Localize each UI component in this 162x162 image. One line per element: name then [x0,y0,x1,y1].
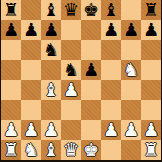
square-d6[interactable] [61,40,81,60]
square-c8[interactable]: ♝ [41,0,61,20]
square-c2[interactable]: ♟ [41,120,61,140]
square-f4[interactable] [101,80,121,100]
white-pawn-icon: ♟ [141,120,161,140]
square-c4[interactable]: ♝ [41,80,61,100]
black-bishop-icon: ♝ [101,0,121,20]
chess-board: ♜♝♛♚♝♜♟♟♟♟♟♟♞♞♟♞♝♟♟♟♟♟♟♟♜♞♝♛♚♜ [1,0,161,160]
black-king-icon: ♚ [81,0,101,20]
square-f2[interactable]: ♟ [101,120,121,140]
square-g2[interactable]: ♟ [121,120,141,140]
square-g1[interactable] [121,140,141,160]
square-d7[interactable] [61,20,81,40]
black-knight-icon: ♞ [61,60,81,80]
white-rook-icon: ♜ [141,140,161,160]
square-b1[interactable]: ♞ [21,140,41,160]
square-b3[interactable] [21,100,41,120]
square-h6[interactable] [141,40,161,60]
square-g5[interactable]: ♞ [121,60,141,80]
white-pawn-icon: ♟ [101,120,121,140]
square-f6[interactable] [101,40,121,60]
square-d4[interactable]: ♟ [61,80,81,100]
square-a8[interactable]: ♜ [1,0,21,20]
square-e8[interactable]: ♚ [81,0,101,20]
square-a2[interactable]: ♟ [1,120,21,140]
black-bishop-icon: ♝ [41,0,61,20]
square-a7[interactable]: ♟ [1,20,21,40]
white-pawn-icon: ♟ [41,120,61,140]
square-c7[interactable]: ♟ [41,20,61,40]
square-b2[interactable]: ♟ [21,120,41,140]
square-d8[interactable]: ♛ [61,0,81,20]
square-c6[interactable]: ♞ [41,40,61,60]
square-a4[interactable] [1,80,21,100]
square-e1[interactable]: ♚ [81,140,101,160]
square-h8[interactable]: ♜ [141,0,161,20]
square-a6[interactable] [1,40,21,60]
square-d5[interactable]: ♞ [61,60,81,80]
white-pawn-icon: ♟ [1,120,21,140]
square-a1[interactable]: ♜ [1,140,21,160]
square-e2[interactable] [81,120,101,140]
square-e5[interactable]: ♟ [81,60,101,80]
square-f1[interactable] [101,140,121,160]
square-c3[interactable] [41,100,61,120]
white-queen-icon: ♛ [61,140,81,160]
square-c5[interactable] [41,60,61,80]
square-g7[interactable]: ♟ [121,20,141,40]
square-e3[interactable] [81,100,101,120]
white-knight-icon: ♞ [121,60,141,80]
square-e6[interactable] [81,40,101,60]
square-d3[interactable] [61,100,81,120]
white-bishop-icon: ♝ [41,80,61,100]
square-a5[interactable] [1,60,21,80]
white-king-icon: ♚ [81,140,101,160]
square-h3[interactable] [141,100,161,120]
square-e7[interactable] [81,20,101,40]
square-g4[interactable] [121,80,141,100]
white-pawn-icon: ♟ [121,120,141,140]
square-f5[interactable] [101,60,121,80]
square-b6[interactable] [21,40,41,60]
square-f7[interactable]: ♟ [101,20,121,40]
white-knight-icon: ♞ [21,140,41,160]
black-pawn-icon: ♟ [1,20,21,40]
square-h1[interactable]: ♜ [141,140,161,160]
black-pawn-icon: ♟ [41,20,61,40]
square-e4[interactable] [81,80,101,100]
square-h5[interactable] [141,60,161,80]
square-f3[interactable] [101,100,121,120]
white-rook-icon: ♜ [1,140,21,160]
square-f8[interactable]: ♝ [101,0,121,20]
square-d2[interactable] [61,120,81,140]
black-pawn-icon: ♟ [101,20,121,40]
black-queen-icon: ♛ [61,0,81,20]
chess-board-frame: ♜♝♛♚♝♜♟♟♟♟♟♟♞♞♟♞♝♟♟♟♟♟♟♟♜♞♝♛♚♜ [0,0,162,162]
square-g8[interactable] [121,0,141,20]
square-h7[interactable]: ♟ [141,20,161,40]
square-h4[interactable] [141,80,161,100]
black-pawn-icon: ♟ [81,60,101,80]
black-pawn-icon: ♟ [21,20,41,40]
white-bishop-icon: ♝ [41,140,61,160]
square-h2[interactable]: ♟ [141,120,161,140]
square-b4[interactable] [21,80,41,100]
black-rook-icon: ♜ [141,0,161,20]
black-rook-icon: ♜ [1,0,21,20]
square-b7[interactable]: ♟ [21,20,41,40]
square-b8[interactable] [21,0,41,20]
square-g6[interactable] [121,40,141,60]
white-pawn-icon: ♟ [61,80,81,100]
square-d1[interactable]: ♛ [61,140,81,160]
white-pawn-icon: ♟ [21,120,41,140]
black-pawn-icon: ♟ [141,20,161,40]
square-c1[interactable]: ♝ [41,140,61,160]
square-a3[interactable] [1,100,21,120]
square-b5[interactable] [21,60,41,80]
square-g3[interactable] [121,100,141,120]
black-knight-icon: ♞ [41,40,61,60]
black-pawn-icon: ♟ [121,20,141,40]
